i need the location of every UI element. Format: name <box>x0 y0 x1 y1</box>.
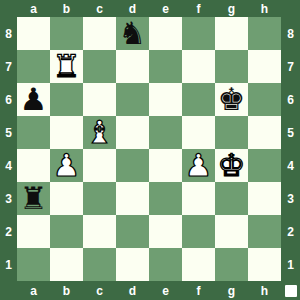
square-a8[interactable] <box>17 17 50 50</box>
file-label-top-e: e <box>149 0 182 17</box>
square-h4[interactable] <box>248 149 281 182</box>
square-f2[interactable] <box>182 215 215 248</box>
file-label-top-c: c <box>83 0 116 17</box>
square-b4[interactable]: ♟ <box>50 149 83 182</box>
square-c8[interactable] <box>83 17 116 50</box>
square-b3[interactable] <box>50 182 83 215</box>
piece-white-pawn[interactable]: ♟ <box>53 149 81 182</box>
rank-label-left-6: 6 <box>0 83 17 116</box>
square-e1[interactable] <box>149 248 182 281</box>
file-label-bottom-c: c <box>83 281 116 300</box>
square-d3[interactable] <box>116 182 149 215</box>
file-label-bottom-e: e <box>149 281 182 300</box>
square-f6[interactable] <box>182 83 215 116</box>
file-label-bottom-a: a <box>17 281 50 300</box>
square-a2[interactable] <box>17 215 50 248</box>
rank-label-right-3: 3 <box>281 182 300 215</box>
square-d1[interactable] <box>116 248 149 281</box>
piece-white-bishop[interactable]: ♝ <box>86 116 114 149</box>
square-f1[interactable] <box>182 248 215 281</box>
rank-label-right-6: 6 <box>281 83 300 116</box>
file-label-bottom-h: h <box>248 281 281 300</box>
file-label-top-g: g <box>215 0 248 17</box>
corner-square-icon <box>285 285 297 297</box>
chess-board: abcdefgh8♞87♜76♟♚65♝54♟♟♚43♜32211abcdefg… <box>0 0 300 300</box>
file-label-bottom-b: b <box>50 281 83 300</box>
piece-white-pawn[interactable]: ♟ <box>185 149 213 182</box>
piece-black-king[interactable]: ♚ <box>218 83 246 116</box>
square-e8[interactable] <box>149 17 182 50</box>
square-d7[interactable] <box>116 50 149 83</box>
rank-label-right-4: 4 <box>281 149 300 182</box>
square-g2[interactable] <box>215 215 248 248</box>
square-e7[interactable] <box>149 50 182 83</box>
board-corner-top-left <box>0 0 17 17</box>
square-b2[interactable] <box>50 215 83 248</box>
square-e4[interactable] <box>149 149 182 182</box>
square-e5[interactable] <box>149 116 182 149</box>
square-c4[interactable] <box>83 149 116 182</box>
square-h5[interactable] <box>248 116 281 149</box>
rank-label-left-5: 5 <box>0 116 17 149</box>
square-f8[interactable] <box>182 17 215 50</box>
square-a1[interactable] <box>17 248 50 281</box>
square-c2[interactable] <box>83 215 116 248</box>
rank-label-right-7: 7 <box>281 50 300 83</box>
square-e6[interactable] <box>149 83 182 116</box>
rank-label-left-3: 3 <box>0 182 17 215</box>
rank-label-right-8: 8 <box>281 17 300 50</box>
square-b6[interactable] <box>50 83 83 116</box>
piece-white-rook[interactable]: ♜ <box>53 50 81 83</box>
square-b5[interactable] <box>50 116 83 149</box>
square-d2[interactable] <box>116 215 149 248</box>
square-e3[interactable] <box>149 182 182 215</box>
square-f4[interactable]: ♟ <box>182 149 215 182</box>
square-h3[interactable] <box>248 182 281 215</box>
board-corner-top-right <box>281 0 300 17</box>
file-label-bottom-d: d <box>116 281 149 300</box>
square-h1[interactable] <box>248 248 281 281</box>
square-c5[interactable]: ♝ <box>83 116 116 149</box>
piece-white-king[interactable]: ♚ <box>218 149 246 182</box>
square-f7[interactable] <box>182 50 215 83</box>
square-a4[interactable] <box>17 149 50 182</box>
rank-label-left-7: 7 <box>0 50 17 83</box>
square-b7[interactable]: ♜ <box>50 50 83 83</box>
square-f3[interactable] <box>182 182 215 215</box>
square-g1[interactable] <box>215 248 248 281</box>
square-a6[interactable]: ♟ <box>17 83 50 116</box>
square-d8[interactable]: ♞ <box>116 17 149 50</box>
square-g4[interactable]: ♚ <box>215 149 248 182</box>
square-e2[interactable] <box>149 215 182 248</box>
rank-label-left-2: 2 <box>0 215 17 248</box>
file-label-top-a: a <box>17 0 50 17</box>
file-label-bottom-f: f <box>182 281 215 300</box>
square-c6[interactable] <box>83 83 116 116</box>
file-label-top-h: h <box>248 0 281 17</box>
square-a7[interactable] <box>17 50 50 83</box>
square-g6[interactable]: ♚ <box>215 83 248 116</box>
square-h2[interactable] <box>248 215 281 248</box>
square-d6[interactable] <box>116 83 149 116</box>
square-g8[interactable] <box>215 17 248 50</box>
square-h7[interactable] <box>248 50 281 83</box>
square-h8[interactable] <box>248 17 281 50</box>
square-b8[interactable] <box>50 17 83 50</box>
square-d4[interactable] <box>116 149 149 182</box>
rank-label-left-1: 1 <box>0 248 17 281</box>
file-label-top-d: d <box>116 0 149 17</box>
square-g5[interactable] <box>215 116 248 149</box>
rank-label-left-8: 8 <box>0 17 17 50</box>
square-g3[interactable] <box>215 182 248 215</box>
square-d5[interactable] <box>116 116 149 149</box>
square-g7[interactable] <box>215 50 248 83</box>
square-c1[interactable] <box>83 248 116 281</box>
piece-black-rook[interactable]: ♜ <box>20 182 48 215</box>
board-corner-bottom-right <box>281 281 300 300</box>
square-a3[interactable]: ♜ <box>17 182 50 215</box>
square-c3[interactable] <box>83 182 116 215</box>
piece-black-knight[interactable]: ♞ <box>119 17 147 50</box>
file-label-top-f: f <box>182 0 215 17</box>
square-f5[interactable] <box>182 116 215 149</box>
rank-label-right-5: 5 <box>281 116 300 149</box>
rank-label-left-4: 4 <box>0 149 17 182</box>
square-c7[interactable] <box>83 50 116 83</box>
square-h6[interactable] <box>248 83 281 116</box>
board-corner-bottom-left <box>0 281 17 300</box>
square-a5[interactable] <box>17 116 50 149</box>
rank-label-right-1: 1 <box>281 248 300 281</box>
file-label-bottom-g: g <box>215 281 248 300</box>
rank-label-right-2: 2 <box>281 215 300 248</box>
square-b1[interactable] <box>50 248 83 281</box>
piece-black-pawn[interactable]: ♟ <box>20 83 48 116</box>
file-label-top-b: b <box>50 0 83 17</box>
